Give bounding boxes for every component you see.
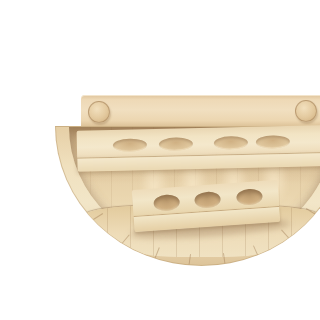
product-photo (40, 16, 320, 320)
upper-shelf (77, 125, 320, 172)
upper-shelf-hole (214, 136, 248, 150)
lower-shelf-hole (194, 191, 221, 209)
upper-shelf-hole (159, 137, 193, 151)
upper-shelf-hole (113, 138, 147, 152)
upper-shelf-hole (256, 135, 290, 149)
lower-shelf-hole (236, 188, 263, 206)
wooden-peg-left (88, 101, 110, 123)
back-board (81, 95, 320, 128)
wooden-peg-right (295, 100, 317, 122)
lower-shelf-hole (153, 194, 180, 212)
